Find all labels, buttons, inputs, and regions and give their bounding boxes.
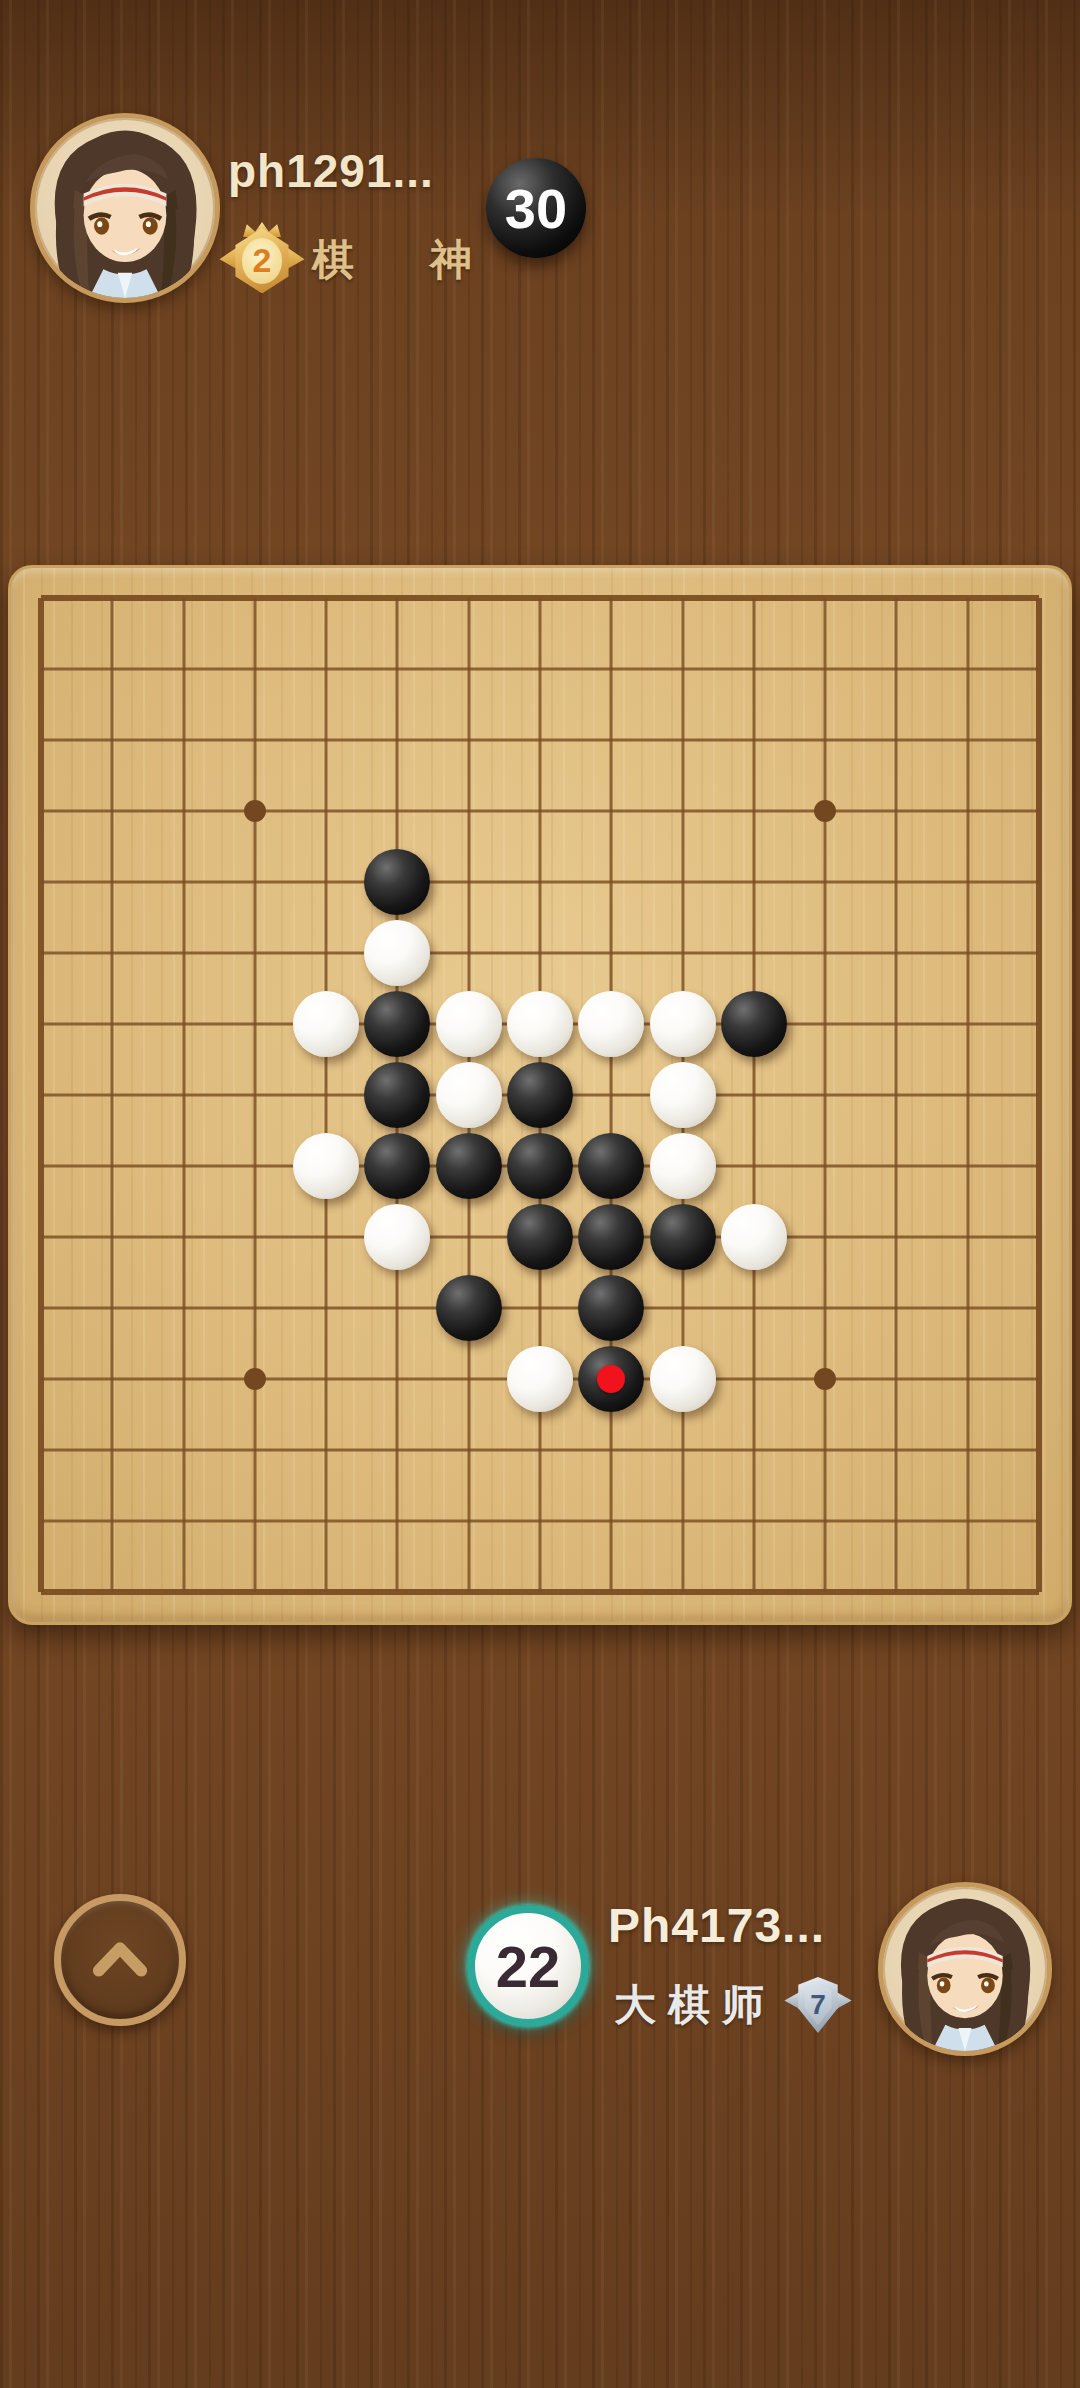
top-player-timer-black-stone: 30 [486,158,586,258]
black-stone [364,849,430,915]
top-player-avatar[interactable] [30,113,220,303]
grid-line-horizontal [41,1520,1039,1523]
black-stone [364,1133,430,1199]
black-stone [364,991,430,1057]
grid-line-vertical [752,598,755,1592]
grid-line-horizontal [41,1307,1039,1310]
white-stone [293,1133,359,1199]
rank-char: 棋 [312,232,354,288]
white-stone [650,991,716,1057]
rank-char: 神 [430,232,472,288]
grid-line-vertical [1036,598,1042,1592]
rank-char: 师 [722,1977,764,2033]
black-stone [436,1275,502,1341]
black-stone [364,1062,430,1128]
rank-char: 大 [614,1977,656,2033]
avatar-illustration [35,118,215,298]
black-stone [436,1133,502,1199]
black-stone [507,1204,573,1270]
star-point [244,1368,266,1390]
white-stone [436,991,502,1057]
grid-line-horizontal [41,1449,1039,1452]
grid-line-vertical [895,598,898,1592]
grid-line-vertical [610,598,613,1592]
white-stone [650,1133,716,1199]
bottom-player-name: Ph4173... [608,1898,825,1953]
white-stone [650,1062,716,1128]
black-stone [721,991,787,1057]
medal-hexagon: 2 [233,228,291,293]
top-player-timer-value: 30 [505,176,567,241]
black-stone [578,1346,644,1412]
gomoku-board[interactable] [8,565,1072,1625]
shield-body: 7 [794,1977,841,2033]
white-stone [507,1346,573,1412]
white-stone [364,920,430,986]
grid-line-vertical [966,598,969,1592]
bottom-player-avatar[interactable] [878,1882,1052,2056]
top-player-rank: 棋 神 [312,228,472,292]
top-player-name: ph1291... [228,144,434,198]
white-stone [578,991,644,1057]
black-stone [507,1133,573,1199]
black-stone [578,1133,644,1199]
game-screen: ph1291... 2 棋 神 30 22 Ph4173... 大 棋 师 [0,0,1080,2388]
bottom-player-level-shield-icon: 7 [790,1977,846,2033]
white-stone [364,1204,430,1270]
black-stone [578,1204,644,1270]
last-move-marker [597,1365,625,1393]
star-point [814,1368,836,1390]
bottom-player-timer-white-stone: 22 [467,1905,589,2027]
white-stone [507,991,573,1057]
grid-line-horizontal [41,1589,1039,1595]
bottom-player-rank: 大 棋 师 [614,1976,764,2034]
grid-line-vertical [824,598,827,1592]
top-player-level-medal-icon: 2 [224,222,300,298]
star-point [814,800,836,822]
white-stone [721,1204,787,1270]
star-point [244,800,266,822]
white-stone [436,1062,502,1128]
expand-panel-button[interactable] [54,1894,186,2026]
rank-char: 棋 [668,1977,710,2033]
avatar-illustration [883,1887,1047,2051]
bottom-player-timer-value: 22 [496,1933,561,2000]
black-stone [578,1275,644,1341]
chevron-up-icon [61,1901,179,2019]
bottom-player-level: 7 [810,1989,826,2021]
top-player-level: 2 [253,241,272,280]
white-stone [650,1346,716,1412]
white-stone [293,991,359,1057]
black-stone [507,1062,573,1128]
black-stone [650,1204,716,1270]
